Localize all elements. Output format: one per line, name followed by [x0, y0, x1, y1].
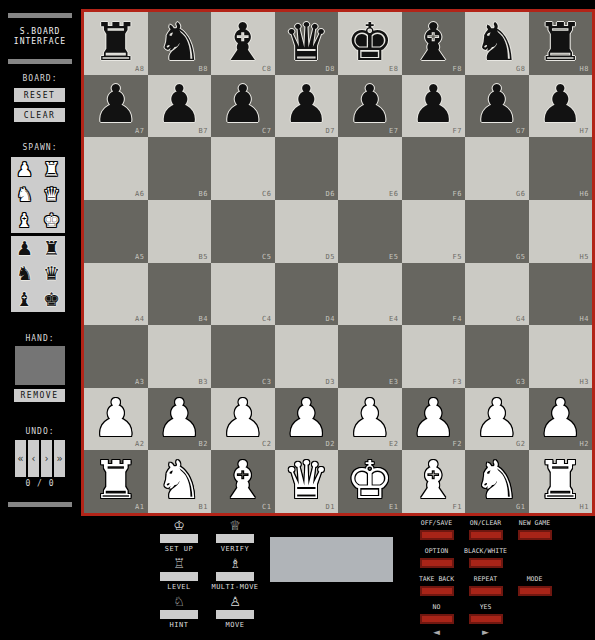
- piece-function-buttons: ♔SET UP♕VERIFY♖LEVEL♗MULTI-MOVE♘HINT♙MOV…: [151, 518, 263, 632]
- square-coord: E2: [389, 440, 398, 448]
- lcd-display: [270, 537, 393, 582]
- square-a6[interactable]: A6: [84, 137, 148, 200]
- key-repeat: REPEAT: [461, 575, 510, 603]
- square-coord: A4: [135, 315, 144, 323]
- square-d3[interactable]: D3: [275, 325, 339, 388]
- black-queen-icon: ♛: [43, 264, 60, 283]
- spawn-black-queen[interactable]: ♛: [38, 261, 65, 286]
- white-queen: ♛: [283, 454, 330, 506]
- square-coord: D2: [326, 440, 335, 448]
- square-b2[interactable]: ♟B2: [148, 388, 212, 451]
- square-d4[interactable]: D4: [275, 263, 339, 326]
- black-queen: ♛: [283, 16, 330, 68]
- function-verify: ♕VERIFY: [207, 518, 263, 556]
- undo-step-forward-button[interactable]: ›: [41, 440, 52, 477]
- white-pawn: ♟: [283, 392, 330, 444]
- square-e5[interactable]: E5: [338, 200, 402, 263]
- square-coord: D8: [326, 65, 335, 73]
- square-coord: E4: [389, 315, 398, 323]
- square-coord: H6: [580, 190, 589, 198]
- square-g2[interactable]: ♟G2: [465, 388, 529, 451]
- white-queen-icon: ♛: [43, 185, 60, 204]
- function-label: HINT: [170, 621, 189, 629]
- white-pawn: ♟: [92, 392, 139, 444]
- board-grid: ♜A8♞B8♝C8♛D8♚E8♝F8♞G8♜H8♟A7♟B7♟C7♟D7♟E7♟…: [84, 12, 592, 513]
- square-coord: G5: [516, 253, 525, 261]
- square-coord: A3: [135, 378, 144, 386]
- option-button[interactable]: [420, 558, 454, 568]
- key-label: REPEAT: [474, 575, 497, 583]
- black-king: ♚: [346, 16, 393, 68]
- square-b1[interactable]: ♞B1: [148, 450, 212, 513]
- black-pawn: ♟: [283, 78, 330, 130]
- square-c7[interactable]: ♟C7: [211, 75, 275, 138]
- hand-slot[interactable]: [15, 346, 65, 385]
- undo-section-label: UNDO:: [0, 427, 80, 436]
- square-coord: C3: [262, 378, 271, 386]
- function-level: ♖LEVEL: [151, 556, 207, 594]
- level-button[interactable]: [160, 572, 198, 581]
- black-pawn: ♟: [92, 78, 139, 130]
- square-h1[interactable]: ♜H1: [529, 450, 593, 513]
- square-h7[interactable]: ♟H7: [529, 75, 593, 138]
- spawn-white-king[interactable]: ♚: [38, 208, 65, 233]
- square-g3[interactable]: G3: [465, 325, 529, 388]
- remove-button[interactable]: REMOVE: [14, 389, 65, 402]
- square-d8[interactable]: ♛D8: [275, 12, 339, 75]
- square-b5[interactable]: B5: [148, 200, 212, 263]
- square-e4[interactable]: E4: [338, 263, 402, 326]
- key-label: TAKE BACK: [419, 575, 454, 583]
- square-coord: C5: [262, 253, 271, 261]
- yes-button[interactable]: [469, 614, 503, 624]
- square-coord: F5: [453, 253, 462, 261]
- square-coord: F4: [453, 315, 462, 323]
- white-pawn: ♟: [219, 392, 266, 444]
- square-coord: B1: [199, 503, 208, 511]
- square-f1[interactable]: ♝F1: [402, 450, 466, 513]
- black-pawn: ♟: [219, 78, 266, 130]
- square-b6[interactable]: B6: [148, 137, 212, 200]
- square-coord: F6: [453, 190, 462, 198]
- square-e2[interactable]: ♟E2: [338, 388, 402, 451]
- square-coord: B3: [199, 378, 208, 386]
- square-g1[interactable]: ♞G1: [465, 450, 529, 513]
- black-pawn: ♟: [537, 78, 584, 130]
- square-coord: D3: [326, 378, 335, 386]
- function-label: MOVE: [226, 621, 245, 629]
- square-coord: H1: [580, 503, 589, 511]
- spawn-white-queen[interactable]: ♛: [38, 182, 65, 207]
- function-hint: ♘HINT: [151, 594, 207, 632]
- square-c1[interactable]: ♝C1: [211, 450, 275, 513]
- undo-step-back-button[interactable]: ‹: [28, 440, 39, 477]
- square-coord: G7: [516, 127, 525, 135]
- key-label: OFF/SAVE: [421, 519, 452, 527]
- black-knight-icon: ♞: [16, 264, 33, 283]
- white-knight-icon: ♞: [16, 185, 33, 204]
- square-g7[interactable]: ♟G7: [465, 75, 529, 138]
- key-mode: MODE: [510, 575, 559, 603]
- white-king: ♚: [346, 454, 393, 506]
- square-h2[interactable]: ♟H2: [529, 388, 593, 451]
- mode-button[interactable]: [518, 586, 552, 596]
- square-coord: A5: [135, 253, 144, 261]
- chess-board: ♜A8♞B8♝C8♛D8♚E8♝F8♞G8♜H8♟A7♟B7♟C7♟D7♟E7♟…: [81, 9, 595, 516]
- square-coord: A1: [135, 503, 144, 511]
- square-a3[interactable]: A3: [84, 325, 148, 388]
- square-c5[interactable]: C5: [211, 200, 275, 263]
- key-label: YES: [480, 603, 492, 611]
- square-a8[interactable]: ♜A8: [84, 12, 148, 75]
- square-f7[interactable]: ♟F7: [402, 75, 466, 138]
- white-pawn: ♟: [156, 392, 203, 444]
- spawn-black-knight[interactable]: ♞: [11, 261, 38, 286]
- white-king-icon: ♚: [43, 211, 60, 230]
- square-a4[interactable]: A4: [84, 263, 148, 326]
- square-coord: A8: [135, 65, 144, 73]
- black-king-icon: ♚: [43, 290, 60, 309]
- black-pawn: ♟: [410, 78, 457, 130]
- square-h5[interactable]: H5: [529, 200, 593, 263]
- square-coord: C1: [262, 503, 271, 511]
- divider-bar-title: [8, 59, 72, 64]
- square-c4[interactable]: C4: [211, 263, 275, 326]
- white-pawn: ♟: [410, 392, 457, 444]
- square-coord: H2: [580, 440, 589, 448]
- square-coord: H5: [580, 253, 589, 261]
- board-section-label: BOARD:: [0, 74, 80, 83]
- key-new-game: NEW GAME: [510, 519, 559, 547]
- square-d6[interactable]: D6: [275, 137, 339, 200]
- divider-bar-bottom: [8, 502, 72, 507]
- knight-icon: ♘: [173, 594, 185, 609]
- key-label: OPTION: [425, 547, 448, 555]
- multi-move-button[interactable]: [216, 572, 254, 581]
- pawn-icon: ♙: [229, 594, 241, 609]
- white-rook-icon: ♜: [43, 160, 60, 179]
- on-clear-button[interactable]: [469, 530, 503, 540]
- white-rook: ♜: [537, 454, 584, 506]
- black-pawn: ♟: [473, 78, 520, 130]
- spawn-black-king[interactable]: ♚: [38, 287, 65, 312]
- square-coord: D4: [326, 315, 335, 323]
- square-coord: F1: [453, 503, 462, 511]
- app-title-line1: S.BOARD: [0, 27, 80, 37]
- square-g4[interactable]: G4: [465, 263, 529, 326]
- square-coord: C2: [262, 440, 271, 448]
- black-pawn-icon: ♟: [16, 239, 33, 258]
- square-e3[interactable]: E3: [338, 325, 402, 388]
- function-label: SET UP: [165, 545, 193, 553]
- key-no: NO: [412, 603, 461, 627]
- hint-button[interactable]: [160, 610, 198, 619]
- square-coord: B4: [199, 315, 208, 323]
- divider-bar-top: [8, 13, 72, 18]
- square-h3[interactable]: H3: [529, 325, 593, 388]
- square-h6[interactable]: H6: [529, 137, 593, 200]
- square-coord: B8: [199, 65, 208, 73]
- square-f2[interactable]: ♟F2: [402, 388, 466, 451]
- key-option: OPTION: [412, 547, 461, 575]
- square-a7[interactable]: ♟A7: [84, 75, 148, 138]
- square-coord: H7: [580, 127, 589, 135]
- square-d2[interactable]: ♟D2: [275, 388, 339, 451]
- function-label: MULTI-MOVE: [211, 583, 258, 591]
- repeat-button[interactable]: [469, 586, 503, 596]
- square-d1[interactable]: ♛D1: [275, 450, 339, 513]
- undo-rewind-all-button[interactable]: «: [15, 440, 26, 477]
- square-h4[interactable]: H4: [529, 263, 593, 326]
- no-button[interactable]: [420, 614, 454, 624]
- square-coord: H3: [580, 378, 589, 386]
- spawn-black-bishop[interactable]: ♝: [11, 287, 38, 312]
- square-coord: E8: [389, 65, 398, 73]
- square-c6[interactable]: C6: [211, 137, 275, 200]
- square-coord: C7: [262, 127, 271, 135]
- move-button[interactable]: [216, 610, 254, 619]
- key-label: ON/CLEAR: [470, 519, 501, 527]
- square-c2[interactable]: ♟C2: [211, 388, 275, 451]
- square-coord: C8: [262, 65, 271, 73]
- square-coord: C6: [262, 190, 271, 198]
- square-coord: D5: [326, 253, 335, 261]
- black-pawn: ♟: [346, 78, 393, 130]
- function-multi-move: ♗MULTI-MOVE: [207, 556, 263, 594]
- square-coord: E6: [389, 190, 398, 198]
- app-title: S.BOARD INTERFACE: [0, 27, 80, 47]
- square-d7[interactable]: ♟D7: [275, 75, 339, 138]
- next-arrow-button[interactable]: ►: [482, 627, 489, 637]
- black-bishop-icon: ♝: [16, 290, 33, 309]
- square-b4[interactable]: B4: [148, 263, 212, 326]
- square-coord: C4: [262, 315, 271, 323]
- set-up-button[interactable]: [160, 534, 198, 543]
- undo-controls: «‹›»: [15, 440, 65, 477]
- key-take-back: TAKE BACK: [412, 575, 461, 603]
- square-a5[interactable]: A5: [84, 200, 148, 263]
- square-coord: B2: [199, 440, 208, 448]
- square-coord: D6: [326, 190, 335, 198]
- square-h8[interactable]: ♜H8: [529, 12, 593, 75]
- white-knight: ♞: [156, 454, 203, 506]
- white-pawn: ♟: [473, 392, 520, 444]
- take-back-button[interactable]: [420, 586, 454, 596]
- key-on-clear: ON/CLEAR: [461, 519, 510, 547]
- undo-counter: 0 / 0: [0, 479, 80, 488]
- spawn-black-pawn[interactable]: ♟: [11, 236, 38, 261]
- white-rook: ♜: [92, 454, 139, 506]
- square-f4[interactable]: F4: [402, 263, 466, 326]
- square-coord: B7: [199, 127, 208, 135]
- black-bishop: ♝: [410, 16, 457, 68]
- square-g8[interactable]: ♞G8: [465, 12, 529, 75]
- square-f6[interactable]: F6: [402, 137, 466, 200]
- next-arrow-cell: ►: [461, 627, 510, 639]
- square-e7[interactable]: ♟E7: [338, 75, 402, 138]
- prev-arrow-button[interactable]: ◄: [433, 627, 440, 637]
- square-coord: A6: [135, 190, 144, 198]
- square-coord: F7: [453, 127, 462, 135]
- square-coord: E1: [389, 503, 398, 511]
- spawn-white-rook[interactable]: ♜: [38, 157, 65, 182]
- square-d5[interactable]: D5: [275, 200, 339, 263]
- key-off-save: OFF/SAVE: [412, 519, 461, 547]
- key-label: MODE: [527, 575, 543, 583]
- bishop-icon: ♗: [229, 556, 241, 571]
- hand-section-label: HAND:: [0, 334, 80, 343]
- new-game-button[interactable]: [518, 530, 552, 540]
- square-f5[interactable]: F5: [402, 200, 466, 263]
- verify-button[interactable]: [216, 534, 254, 543]
- clear-button[interactable]: CLEAR: [14, 108, 65, 122]
- square-coord: D7: [326, 127, 335, 135]
- square-c8[interactable]: ♝C8: [211, 12, 275, 75]
- square-g6[interactable]: G6: [465, 137, 529, 200]
- key-label: NO: [433, 603, 441, 611]
- king-icon: ♔: [173, 518, 185, 533]
- black-bishop: ♝: [219, 16, 266, 68]
- white-knight: ♞: [473, 454, 520, 506]
- off-save-button[interactable]: [420, 530, 454, 540]
- key-label: BLACK/WHITE: [464, 547, 507, 555]
- black-rook: ♜: [537, 16, 584, 68]
- square-b8[interactable]: ♞B8: [148, 12, 212, 75]
- spawn-white-pawn[interactable]: ♟: [11, 157, 38, 182]
- spawn-tray-white: ♟♜♞♛♝♚: [11, 157, 65, 233]
- spawn-section-label: SPAWN:: [0, 143, 80, 152]
- square-coord: G4: [516, 315, 525, 323]
- white-pawn: ♟: [346, 392, 393, 444]
- function-label: LEVEL: [167, 583, 191, 591]
- square-b3[interactable]: B3: [148, 325, 212, 388]
- black-rook: ♜: [92, 16, 139, 68]
- square-coord: E3: [389, 378, 398, 386]
- square-coord: G3: [516, 378, 525, 386]
- spawn-white-bishop[interactable]: ♝: [11, 208, 38, 233]
- spawn-tray-black: ♟♜♞♛♝♚: [11, 236, 65, 312]
- black-rook-icon: ♜: [43, 239, 60, 258]
- black-knight: ♞: [473, 16, 520, 68]
- white-pawn: ♟: [537, 392, 584, 444]
- square-c3[interactable]: C3: [211, 325, 275, 388]
- square-coord: G6: [516, 190, 525, 198]
- black-knight: ♞: [156, 16, 203, 68]
- square-coord: H8: [580, 65, 589, 73]
- square-coord: G1: [516, 503, 525, 511]
- square-coord: D1: [326, 503, 335, 511]
- white-bishop-icon: ♝: [16, 211, 33, 230]
- square-e6[interactable]: E6: [338, 137, 402, 200]
- app-title-line2: INTERFACE: [0, 37, 80, 47]
- undo-forward-all-button[interactable]: »: [54, 440, 65, 477]
- square-coord: H4: [580, 315, 589, 323]
- red-key-panel: OFF/SAVEON/CLEARNEW GAMEOPTIONBLACK/WHIT…: [412, 519, 559, 639]
- square-coord: F2: [453, 440, 462, 448]
- function-set-up: ♔SET UP: [151, 518, 207, 556]
- square-e8[interactable]: ♚E8: [338, 12, 402, 75]
- reset-button[interactable]: RESET: [14, 88, 65, 102]
- black-pawn: ♟: [156, 78, 203, 130]
- queen-icon: ♕: [229, 518, 241, 533]
- square-coord: A2: [135, 440, 144, 448]
- key-black-white: BLACK/WHITE: [461, 547, 510, 575]
- square-e1[interactable]: ♚E1: [338, 450, 402, 513]
- rook-icon: ♖: [173, 556, 185, 571]
- square-coord: G8: [516, 65, 525, 73]
- white-pawn-icon: ♟: [16, 160, 33, 179]
- square-f3[interactable]: F3: [402, 325, 466, 388]
- key-yes: YES: [461, 603, 510, 627]
- square-a2[interactable]: ♟A2: [84, 388, 148, 451]
- square-coord: F8: [453, 65, 462, 73]
- square-f8[interactable]: ♝F8: [402, 12, 466, 75]
- square-coord: E5: [389, 253, 398, 261]
- key-label: NEW GAME: [519, 519, 550, 527]
- function-move: ♙MOVE: [207, 594, 263, 632]
- square-coord: E7: [389, 127, 398, 135]
- chess-computer-ui: S.BOARD INTERFACE BOARD: RESET CLEAR SPA…: [0, 0, 595, 640]
- spawn-white-knight[interactable]: ♞: [11, 182, 38, 207]
- square-g5[interactable]: G5: [465, 200, 529, 263]
- square-coord: B5: [199, 253, 208, 261]
- function-label: VERIFY: [221, 545, 249, 553]
- spawn-black-rook[interactable]: ♜: [38, 236, 65, 261]
- white-bishop: ♝: [219, 454, 266, 506]
- square-coord: F3: [453, 378, 462, 386]
- square-coord: G2: [516, 440, 525, 448]
- square-coord: B6: [199, 190, 208, 198]
- black-white-button[interactable]: [469, 558, 503, 568]
- square-coord: A7: [135, 127, 144, 135]
- white-bishop: ♝: [410, 454, 457, 506]
- prev-arrow-cell: ◄: [412, 627, 461, 639]
- square-b7[interactable]: ♟B7: [148, 75, 212, 138]
- square-a1[interactable]: ♜A1: [84, 450, 148, 513]
